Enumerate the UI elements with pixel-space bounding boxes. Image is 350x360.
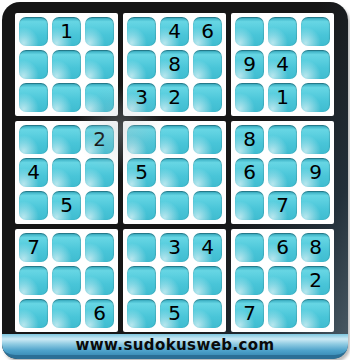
- puzzle-frame: 14683294124558697763456827 www.sudokuswe…: [2, 2, 348, 359]
- cell-r7c7[interactable]: [235, 233, 264, 262]
- cell-r6c3[interactable]: [85, 191, 114, 220]
- cell-r3c6[interactable]: [193, 83, 222, 112]
- cell-r1c2[interactable]: 1: [52, 17, 81, 46]
- cell-r9c1[interactable]: [19, 299, 48, 328]
- cell-r6c8[interactable]: 7: [268, 191, 297, 220]
- cell-r6c2[interactable]: 5: [52, 191, 81, 220]
- cell-r4c9[interactable]: [301, 125, 330, 154]
- cell-r9c5[interactable]: 5: [160, 299, 189, 328]
- cell-r6c4[interactable]: [127, 191, 156, 220]
- cell-r2c5[interactable]: 8: [160, 50, 189, 79]
- sudoku-box-3: 941: [231, 13, 334, 116]
- cell-r2c8[interactable]: 4: [268, 50, 297, 79]
- cell-r6c7[interactable]: [235, 191, 264, 220]
- cell-r9c2[interactable]: [52, 299, 81, 328]
- cell-r6c6[interactable]: [193, 191, 222, 220]
- cell-r7c4[interactable]: [127, 233, 156, 262]
- cell-r9c7[interactable]: 7: [235, 299, 264, 328]
- cell-r2c1[interactable]: [19, 50, 48, 79]
- cell-r5c2[interactable]: [52, 158, 81, 187]
- cell-r4c7[interactable]: 8: [235, 125, 264, 154]
- cell-r7c8[interactable]: 6: [268, 233, 297, 262]
- sudoku-box-7: 76: [15, 229, 118, 332]
- cell-r6c1[interactable]: [19, 191, 48, 220]
- cell-r7c6[interactable]: 4: [193, 233, 222, 262]
- cell-r5c1[interactable]: 4: [19, 158, 48, 187]
- cell-r1c3[interactable]: [85, 17, 114, 46]
- cell-r6c9[interactable]: [301, 191, 330, 220]
- cell-r1c9[interactable]: [301, 17, 330, 46]
- cell-r2c4[interactable]: [127, 50, 156, 79]
- cell-r9c4[interactable]: [127, 299, 156, 328]
- cell-r7c3[interactable]: [85, 233, 114, 262]
- cell-r5c3[interactable]: [85, 158, 114, 187]
- website-url[interactable]: www.sudokusweb.com: [75, 336, 274, 354]
- cell-r4c8[interactable]: [268, 125, 297, 154]
- cell-r3c2[interactable]: [52, 83, 81, 112]
- sudoku-box-9: 6827: [231, 229, 334, 332]
- cell-r3c5[interactable]: 2: [160, 83, 189, 112]
- cell-r7c5[interactable]: 3: [160, 233, 189, 262]
- cell-r8c5[interactable]: [160, 266, 189, 295]
- cell-r4c1[interactable]: [19, 125, 48, 154]
- sudoku-box-2: 46832: [123, 13, 226, 116]
- cell-r7c1[interactable]: 7: [19, 233, 48, 262]
- cell-r8c1[interactable]: [19, 266, 48, 295]
- cell-r9c8[interactable]: [268, 299, 297, 328]
- cell-r8c2[interactable]: [52, 266, 81, 295]
- cell-r2c3[interactable]: [85, 50, 114, 79]
- cell-r5c7[interactable]: 6: [235, 158, 264, 187]
- cell-r6c5[interactable]: [160, 191, 189, 220]
- cell-r5c4[interactable]: 5: [127, 158, 156, 187]
- cell-r4c6[interactable]: [193, 125, 222, 154]
- cell-r2c7[interactable]: 9: [235, 50, 264, 79]
- cell-r8c7[interactable]: [235, 266, 264, 295]
- cell-r5c8[interactable]: [268, 158, 297, 187]
- cell-r1c5[interactable]: 4: [160, 17, 189, 46]
- cell-r4c2[interactable]: [52, 125, 81, 154]
- sudoku-box-5: 5: [123, 121, 226, 224]
- cell-r9c6[interactable]: [193, 299, 222, 328]
- footer-bar: www.sudokusweb.com: [2, 334, 348, 359]
- cell-r3c4[interactable]: 3: [127, 83, 156, 112]
- sudoku-box-1: 1: [15, 13, 118, 116]
- cell-r1c4[interactable]: [127, 17, 156, 46]
- cell-r1c8[interactable]: [268, 17, 297, 46]
- cell-r2c6[interactable]: [193, 50, 222, 79]
- cell-r3c7[interactable]: [235, 83, 264, 112]
- cell-r8c4[interactable]: [127, 266, 156, 295]
- cell-r3c8[interactable]: 1: [268, 83, 297, 112]
- cell-r1c7[interactable]: [235, 17, 264, 46]
- cell-r5c9[interactable]: 9: [301, 158, 330, 187]
- cell-r4c3[interactable]: 2: [85, 125, 114, 154]
- cell-r8c6[interactable]: [193, 266, 222, 295]
- sudoku-box-8: 345: [123, 229, 226, 332]
- cell-r2c9[interactable]: [301, 50, 330, 79]
- sudoku-board: 14683294124558697763456827: [15, 13, 334, 332]
- cell-r9c9[interactable]: [301, 299, 330, 328]
- cell-r5c5[interactable]: [160, 158, 189, 187]
- cell-r9c3[interactable]: 6: [85, 299, 114, 328]
- cell-r1c6[interactable]: 6: [193, 17, 222, 46]
- cell-r1c1[interactable]: [19, 17, 48, 46]
- cell-r3c9[interactable]: [301, 83, 330, 112]
- cell-r8c8[interactable]: [268, 266, 297, 295]
- sudoku-box-6: 8697: [231, 121, 334, 224]
- cell-r8c3[interactable]: [85, 266, 114, 295]
- sudoku-box-4: 245: [15, 121, 118, 224]
- cell-r2c2[interactable]: [52, 50, 81, 79]
- cell-r4c4[interactable]: [127, 125, 156, 154]
- cell-r8c9[interactable]: 2: [301, 266, 330, 295]
- cell-r3c3[interactable]: [85, 83, 114, 112]
- cell-r3c1[interactable]: [19, 83, 48, 112]
- cell-r5c6[interactable]: [193, 158, 222, 187]
- cell-r4c5[interactable]: [160, 125, 189, 154]
- cell-r7c2[interactable]: [52, 233, 81, 262]
- cell-r7c9[interactable]: 8: [301, 233, 330, 262]
